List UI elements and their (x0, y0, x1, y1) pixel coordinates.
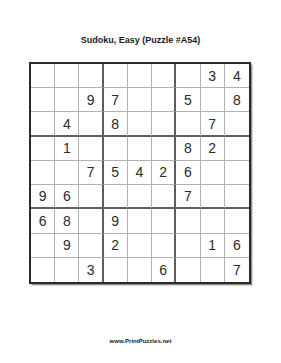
cell-r1c1 (31, 64, 55, 88)
cell-r7c1: 6 (31, 209, 55, 233)
cell-r6c2: 6 (55, 185, 79, 209)
cell-r3c1 (31, 112, 55, 136)
cell-r5c2 (55, 161, 79, 185)
cell-r4c1 (31, 137, 55, 161)
cell-r6c4 (104, 185, 128, 209)
cell-r8c9: 6 (225, 234, 249, 258)
cell-r1c7 (176, 64, 200, 88)
cell-r8c7 (176, 234, 200, 258)
cell-r8c5 (128, 234, 152, 258)
cell-r1c8: 3 (201, 64, 225, 88)
cell-r9c1 (31, 258, 55, 282)
cell-r2c9: 8 (225, 88, 249, 112)
cell-r2c5 (128, 88, 152, 112)
cell-r3c3 (79, 112, 103, 136)
cell-r5c7: 6 (176, 161, 200, 185)
cell-r3c8: 7 (201, 112, 225, 136)
cell-r7c2: 8 (55, 209, 79, 233)
cell-r9c8 (201, 258, 225, 282)
cell-r2c6 (152, 88, 176, 112)
page-title: Sudoku, Easy (Puzzle #A54) (0, 35, 281, 45)
cell-r3c4: 8 (104, 112, 128, 136)
cell-r8c2: 9 (55, 234, 79, 258)
cell-r8c3 (79, 234, 103, 258)
cell-r8c4: 2 (104, 234, 128, 258)
cell-r4c2: 1 (55, 137, 79, 161)
cell-r9c2 (55, 258, 79, 282)
cell-r5c9 (225, 161, 249, 185)
cell-r1c5 (128, 64, 152, 88)
cell-r7c7 (176, 209, 200, 233)
cell-r8c8: 1 (201, 234, 225, 258)
cell-r4c8: 2 (201, 137, 225, 161)
cell-r3c5 (128, 112, 152, 136)
cell-r1c6 (152, 64, 176, 88)
cell-r8c6 (152, 234, 176, 258)
cell-r6c9 (225, 185, 249, 209)
cell-r5c6: 2 (152, 161, 176, 185)
cell-r4c9 (225, 137, 249, 161)
cell-r6c3 (79, 185, 103, 209)
cell-r4c7: 8 (176, 137, 200, 161)
cell-r7c3 (79, 209, 103, 233)
cell-r6c5 (128, 185, 152, 209)
cell-r6c8 (201, 185, 225, 209)
cell-r2c3: 9 (79, 88, 103, 112)
cell-r9c6: 6 (152, 258, 176, 282)
cell-r5c8 (201, 161, 225, 185)
cell-r9c7 (176, 258, 200, 282)
cell-r4c4 (104, 137, 128, 161)
cell-r7c6 (152, 209, 176, 233)
cell-r1c3 (79, 64, 103, 88)
cell-r6c7: 7 (176, 185, 200, 209)
cell-r5c4: 5 (104, 161, 128, 185)
cell-r9c9: 7 (225, 258, 249, 282)
cell-r3c6 (152, 112, 176, 136)
cell-r2c4: 7 (104, 88, 128, 112)
cell-r7c9 (225, 209, 249, 233)
cell-r8c1 (31, 234, 55, 258)
cell-r1c4 (104, 64, 128, 88)
cell-r4c5 (128, 137, 152, 161)
cell-r2c8 (201, 88, 225, 112)
cell-r2c1 (31, 88, 55, 112)
sudoku-grid: 349758487182754269676899216367 (29, 62, 251, 284)
cell-r9c5 (128, 258, 152, 282)
cell-r5c3: 7 (79, 161, 103, 185)
cell-r5c1 (31, 161, 55, 185)
cell-r4c6 (152, 137, 176, 161)
cell-r3c9 (225, 112, 249, 136)
cell-r4c3 (79, 137, 103, 161)
sudoku-page: Sudoku, Easy (Puzzle #A54) 3497584871827… (0, 0, 281, 363)
cell-r9c3: 3 (79, 258, 103, 282)
cell-r1c9: 4 (225, 64, 249, 88)
cell-r3c7 (176, 112, 200, 136)
cell-r2c7: 5 (176, 88, 200, 112)
cell-r7c5 (128, 209, 152, 233)
cell-r2c2 (55, 88, 79, 112)
cell-r3c2: 4 (55, 112, 79, 136)
cell-r9c4 (104, 258, 128, 282)
cell-r6c6 (152, 185, 176, 209)
cell-r5c5: 4 (128, 161, 152, 185)
footer-url: www.PrintPuzzles.net (0, 338, 281, 344)
cell-r1c2 (55, 64, 79, 88)
cell-r6c1: 9 (31, 185, 55, 209)
cell-r7c4: 9 (104, 209, 128, 233)
cell-r7c8 (201, 209, 225, 233)
